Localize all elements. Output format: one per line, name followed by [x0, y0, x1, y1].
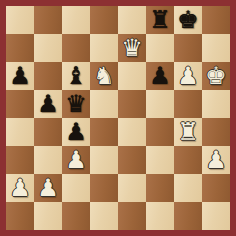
square-f7[interactable] — [146, 34, 174, 62]
square-g4[interactable]: ♜ — [174, 118, 202, 146]
square-c8[interactable] — [62, 6, 90, 34]
square-g8[interactable]: ♚ — [174, 6, 202, 34]
piece-white-pawn[interactable]: ♟ — [177, 62, 199, 90]
square-e2[interactable] — [118, 174, 146, 202]
piece-white-rook[interactable]: ♜ — [177, 118, 199, 146]
square-e1[interactable] — [118, 202, 146, 230]
piece-white-pawn[interactable]: ♟ — [37, 174, 59, 202]
square-g1[interactable] — [174, 202, 202, 230]
piece-white-pawn[interactable]: ♟ — [205, 146, 227, 174]
square-g7[interactable] — [174, 34, 202, 62]
square-g5[interactable] — [174, 90, 202, 118]
square-e5[interactable] — [118, 90, 146, 118]
square-g3[interactable] — [174, 146, 202, 174]
piece-black-king[interactable]: ♚ — [177, 6, 199, 34]
square-b7[interactable] — [34, 34, 62, 62]
square-e6[interactable] — [118, 62, 146, 90]
square-b3[interactable] — [34, 146, 62, 174]
square-h2[interactable] — [202, 174, 230, 202]
square-c5[interactable]: ♛ — [62, 90, 90, 118]
piece-white-queen[interactable]: ♛ — [121, 34, 143, 62]
square-f2[interactable] — [146, 174, 174, 202]
square-f5[interactable] — [146, 90, 174, 118]
piece-white-knight[interactable]: ♞ — [93, 62, 115, 90]
square-h3[interactable]: ♟ — [202, 146, 230, 174]
square-b4[interactable] — [34, 118, 62, 146]
square-f8[interactable]: ♜ — [146, 6, 174, 34]
square-d8[interactable] — [90, 6, 118, 34]
piece-white-pawn[interactable]: ♟ — [65, 146, 87, 174]
square-c1[interactable] — [62, 202, 90, 230]
square-f3[interactable] — [146, 146, 174, 174]
square-a1[interactable] — [6, 202, 34, 230]
piece-black-rook[interactable]: ♜ — [149, 6, 171, 34]
square-d3[interactable] — [90, 146, 118, 174]
square-d4[interactable] — [90, 118, 118, 146]
square-h8[interactable] — [202, 6, 230, 34]
square-d6[interactable]: ♞ — [90, 62, 118, 90]
square-e7[interactable]: ♛ — [118, 34, 146, 62]
square-c3[interactable]: ♟ — [62, 146, 90, 174]
piece-black-bishop[interactable]: ♝ — [65, 62, 87, 90]
piece-black-queen[interactable]: ♛ — [65, 90, 87, 118]
square-d7[interactable] — [90, 34, 118, 62]
piece-white-king[interactable]: ♚ — [205, 62, 227, 90]
square-b1[interactable] — [34, 202, 62, 230]
square-d1[interactable] — [90, 202, 118, 230]
square-e3[interactable] — [118, 146, 146, 174]
square-a7[interactable] — [6, 34, 34, 62]
piece-white-pawn[interactable]: ♟ — [9, 174, 31, 202]
piece-black-pawn[interactable]: ♟ — [37, 90, 59, 118]
square-a3[interactable] — [6, 146, 34, 174]
square-h6[interactable]: ♚ — [202, 62, 230, 90]
square-b8[interactable] — [34, 6, 62, 34]
square-f6[interactable]: ♟ — [146, 62, 174, 90]
square-b5[interactable]: ♟ — [34, 90, 62, 118]
square-g6[interactable]: ♟ — [174, 62, 202, 90]
square-f4[interactable] — [146, 118, 174, 146]
square-c6[interactable]: ♝ — [62, 62, 90, 90]
square-c7[interactable] — [62, 34, 90, 62]
square-h1[interactable] — [202, 202, 230, 230]
square-d2[interactable] — [90, 174, 118, 202]
square-e4[interactable] — [118, 118, 146, 146]
square-f1[interactable] — [146, 202, 174, 230]
square-a6[interactable]: ♟ — [6, 62, 34, 90]
square-b2[interactable]: ♟ — [34, 174, 62, 202]
square-a5[interactable] — [6, 90, 34, 118]
square-a8[interactable] — [6, 6, 34, 34]
square-h5[interactable] — [202, 90, 230, 118]
square-h7[interactable] — [202, 34, 230, 62]
square-a2[interactable]: ♟ — [6, 174, 34, 202]
piece-black-pawn[interactable]: ♟ — [65, 118, 87, 146]
chess-board: ♜♚♛♟♝♞♟♟♚♟♛♟♜♟♟♟♟ — [6, 6, 230, 230]
square-c4[interactable]: ♟ — [62, 118, 90, 146]
square-g2[interactable] — [174, 174, 202, 202]
piece-black-pawn[interactable]: ♟ — [149, 62, 171, 90]
square-h4[interactable] — [202, 118, 230, 146]
square-a4[interactable] — [6, 118, 34, 146]
square-c2[interactable] — [62, 174, 90, 202]
square-d5[interactable] — [90, 90, 118, 118]
square-e8[interactable] — [118, 6, 146, 34]
chess-board-frame: ♜♚♛♟♝♞♟♟♚♟♛♟♜♟♟♟♟ — [0, 0, 236, 236]
square-b6[interactable] — [34, 62, 62, 90]
piece-black-pawn[interactable]: ♟ — [9, 62, 31, 90]
